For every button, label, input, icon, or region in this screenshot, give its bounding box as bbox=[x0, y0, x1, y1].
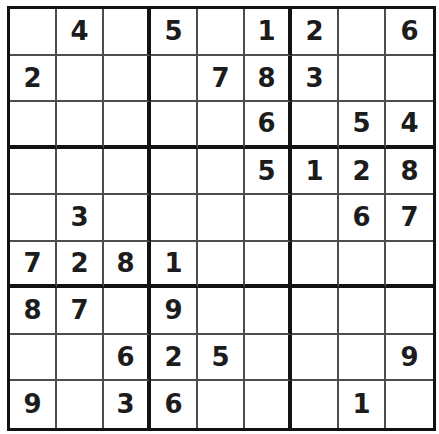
cell-r9c5[interactable] bbox=[198, 381, 245, 428]
cell-r5c1[interactable] bbox=[10, 195, 57, 242]
cell-r8c6[interactable] bbox=[245, 335, 292, 382]
cell-r7c8[interactable] bbox=[339, 288, 386, 335]
cell-r6c3[interactable]: 8 bbox=[104, 242, 151, 289]
cell-r2c7[interactable]: 3 bbox=[292, 56, 339, 103]
cell-r5c7[interactable] bbox=[292, 195, 339, 242]
cell-r9c4[interactable]: 6 bbox=[151, 381, 198, 428]
cell-r6c7[interactable] bbox=[292, 242, 339, 289]
cell-r9c2[interactable] bbox=[57, 381, 104, 428]
cell-r6c6[interactable] bbox=[245, 242, 292, 289]
cell-r1c8[interactable] bbox=[339, 9, 386, 56]
cell-r4c4[interactable] bbox=[151, 149, 198, 196]
cell-r7c7[interactable] bbox=[292, 288, 339, 335]
cell-r4c1[interactable] bbox=[10, 149, 57, 196]
cell-r9c1[interactable]: 9 bbox=[10, 381, 57, 428]
cell-r1c3[interactable] bbox=[104, 9, 151, 56]
cell-r1c6[interactable]: 1 bbox=[245, 9, 292, 56]
cell-r4c6[interactable]: 5 bbox=[245, 149, 292, 196]
cell-r3c5[interactable] bbox=[198, 102, 245, 149]
cell-r6c9[interactable] bbox=[386, 242, 433, 289]
cell-r8c7[interactable] bbox=[292, 335, 339, 382]
cell-r7c5[interactable] bbox=[198, 288, 245, 335]
cell-r1c4[interactable]: 5 bbox=[151, 9, 198, 56]
cell-r6c2[interactable]: 2 bbox=[57, 242, 104, 289]
cell-r3c2[interactable] bbox=[57, 102, 104, 149]
cell-r9c3[interactable]: 3 bbox=[104, 381, 151, 428]
cell-r1c2[interactable]: 4 bbox=[57, 9, 104, 56]
cell-r3c7[interactable] bbox=[292, 102, 339, 149]
cell-r4c9[interactable]: 8 bbox=[386, 149, 433, 196]
cell-r5c9[interactable]: 7 bbox=[386, 195, 433, 242]
cell-r5c6[interactable] bbox=[245, 195, 292, 242]
cell-r1c5[interactable] bbox=[198, 9, 245, 56]
cell-r6c1[interactable]: 7 bbox=[10, 242, 57, 289]
cell-r2c5[interactable]: 7 bbox=[198, 56, 245, 103]
cell-r5c4[interactable] bbox=[151, 195, 198, 242]
cell-r3c8[interactable]: 5 bbox=[339, 102, 386, 149]
cell-r4c3[interactable] bbox=[104, 149, 151, 196]
cell-r6c8[interactable] bbox=[339, 242, 386, 289]
cell-r9c8[interactable]: 1 bbox=[339, 381, 386, 428]
sudoku-board: 4512627836545128367728187962599361 bbox=[7, 6, 436, 431]
cell-r2c2[interactable] bbox=[57, 56, 104, 103]
cell-r1c9[interactable]: 6 bbox=[386, 9, 433, 56]
cell-r4c2[interactable] bbox=[57, 149, 104, 196]
cell-r9c6[interactable] bbox=[245, 381, 292, 428]
cell-r2c9[interactable] bbox=[386, 56, 433, 103]
cell-r8c1[interactable] bbox=[10, 335, 57, 382]
cell-r5c3[interactable] bbox=[104, 195, 151, 242]
cell-r1c1[interactable] bbox=[10, 9, 57, 56]
cell-r8c4[interactable]: 2 bbox=[151, 335, 198, 382]
cell-r9c7[interactable] bbox=[292, 381, 339, 428]
cell-r8c2[interactable] bbox=[57, 335, 104, 382]
cell-r7c2[interactable]: 7 bbox=[57, 288, 104, 335]
cell-r5c8[interactable]: 6 bbox=[339, 195, 386, 242]
cell-r4c5[interactable] bbox=[198, 149, 245, 196]
cell-r4c8[interactable]: 2 bbox=[339, 149, 386, 196]
cell-r3c4[interactable] bbox=[151, 102, 198, 149]
cell-r2c1[interactable]: 2 bbox=[10, 56, 57, 103]
cell-r5c5[interactable] bbox=[198, 195, 245, 242]
cell-r6c5[interactable] bbox=[198, 242, 245, 289]
cell-r4c7[interactable]: 1 bbox=[292, 149, 339, 196]
cell-r6c4[interactable]: 1 bbox=[151, 242, 198, 289]
cell-r2c6[interactable]: 8 bbox=[245, 56, 292, 103]
cell-r1c7[interactable]: 2 bbox=[292, 9, 339, 56]
cell-r9c9[interactable] bbox=[386, 381, 433, 428]
cell-r8c3[interactable]: 6 bbox=[104, 335, 151, 382]
cell-r7c1[interactable]: 8 bbox=[10, 288, 57, 335]
cell-r8c9[interactable]: 9 bbox=[386, 335, 433, 382]
cell-r3c6[interactable]: 6 bbox=[245, 102, 292, 149]
cell-r8c8[interactable] bbox=[339, 335, 386, 382]
cell-r7c6[interactable] bbox=[245, 288, 292, 335]
cell-r7c9[interactable] bbox=[386, 288, 433, 335]
cell-r5c2[interactable]: 3 bbox=[57, 195, 104, 242]
cell-r7c4[interactable]: 9 bbox=[151, 288, 198, 335]
cell-r8c5[interactable]: 5 bbox=[198, 335, 245, 382]
cell-r3c3[interactable] bbox=[104, 102, 151, 149]
cell-r2c4[interactable] bbox=[151, 56, 198, 103]
cell-r3c9[interactable]: 4 bbox=[386, 102, 433, 149]
cell-r2c8[interactable] bbox=[339, 56, 386, 103]
cell-r2c3[interactable] bbox=[104, 56, 151, 103]
cell-r3c1[interactable] bbox=[10, 102, 57, 149]
cell-r7c3[interactable] bbox=[104, 288, 151, 335]
